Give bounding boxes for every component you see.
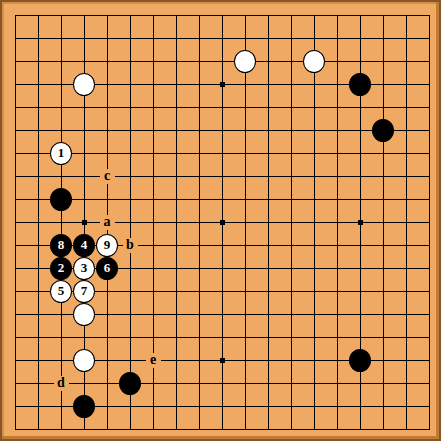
point-label-d: d bbox=[54, 376, 69, 391]
star-point bbox=[220, 358, 225, 363]
goban: abcde184923657 bbox=[0, 0, 441, 441]
point-label-a: a bbox=[100, 215, 115, 230]
point-label-b: b bbox=[123, 238, 138, 253]
stone-white-9[interactable]: 9 bbox=[96, 234, 118, 257]
point-label-e: e bbox=[146, 353, 161, 368]
stone-black-4[interactable]: 4 bbox=[73, 234, 95, 257]
stone-black-2[interactable]: 2 bbox=[50, 257, 72, 280]
star-point bbox=[220, 82, 225, 87]
stone-white[interactable] bbox=[73, 349, 95, 372]
stone-white-1[interactable]: 1 bbox=[50, 142, 72, 165]
stone-black[interactable] bbox=[119, 372, 141, 395]
stone-black[interactable] bbox=[372, 119, 394, 142]
stone-black[interactable] bbox=[349, 73, 371, 96]
stone-white[interactable] bbox=[303, 50, 325, 73]
point-label-c: c bbox=[100, 169, 115, 184]
stone-white-3[interactable]: 3 bbox=[73, 257, 95, 280]
stone-white-5[interactable]: 5 bbox=[50, 280, 72, 303]
stone-white[interactable] bbox=[73, 303, 95, 326]
stone-white[interactable] bbox=[234, 50, 256, 73]
stone-white[interactable] bbox=[73, 73, 95, 96]
stone-black-6[interactable]: 6 bbox=[96, 257, 118, 280]
stone-white-7[interactable]: 7 bbox=[73, 280, 95, 303]
stone-black[interactable] bbox=[50, 188, 72, 211]
board-grid[interactable]: abcde184923657 bbox=[4, 4, 441, 441]
stone-black[interactable] bbox=[73, 395, 95, 418]
star-point bbox=[220, 220, 225, 225]
stone-black-8[interactable]: 8 bbox=[50, 234, 72, 257]
stone-black[interactable] bbox=[349, 349, 371, 372]
star-point bbox=[82, 220, 87, 225]
star-point bbox=[358, 220, 363, 225]
